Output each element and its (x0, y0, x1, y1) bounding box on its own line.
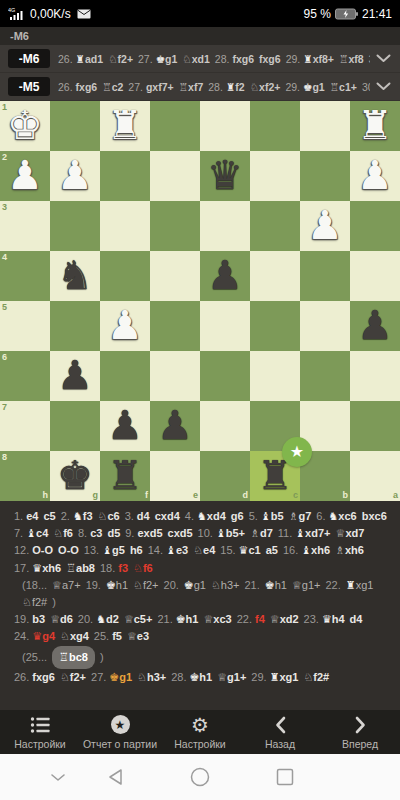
chevron-left-icon (275, 715, 286, 735)
move[interactable]: ♚h1 (265, 579, 287, 591)
square-f7[interactable]: ♟ (100, 401, 150, 451)
move-list-line: (25...♖bc8) (14, 646, 394, 669)
square-c2[interactable] (250, 151, 300, 201)
square-e7[interactable]: ♟ (150, 401, 200, 451)
chevron-down-icon[interactable] (370, 82, 396, 91)
figurine-wN: ♞ (96, 613, 106, 626)
move[interactable]: ♕xd2 (270, 613, 299, 625)
move[interactable]: ♘c6 (98, 510, 120, 522)
android-nav-bar (0, 754, 400, 800)
move-number: 29. (251, 671, 266, 683)
figurine-wN: ♞ (73, 510, 83, 523)
move[interactable]: cxd5 (168, 527, 193, 539)
file-label: h (43, 490, 49, 500)
move-number: 29. (285, 81, 300, 93)
eval-badge: -M6 (8, 49, 50, 68)
figurine-bN: ♘ (303, 671, 313, 684)
square-d5[interactable] (200, 301, 250, 351)
move[interactable]: h6 (130, 544, 143, 556)
move[interactable]: c3 (90, 527, 102, 539)
move-number: 18. (100, 562, 115, 574)
square-e6[interactable] (150, 351, 200, 401)
move[interactable]: b3 (32, 613, 45, 625)
figurine-wQ: ♛ (32, 630, 42, 643)
move-list-line: 19.b3♕d620.♞d2♕c5+21.♚h1♕xc322.f4♕xd223.… (14, 611, 394, 628)
engine-line-moves: 26.fxg6♖c227.gxf7+♖xf728.♜f2♘xf2+29.♚g1♖… (58, 81, 370, 93)
black-pawn: ♟ (200, 251, 250, 301)
move-number: 8. (78, 527, 87, 539)
move-number: 27. (128, 81, 143, 93)
move[interactable]: ♘h3+ (211, 579, 240, 591)
white-pawn: ♟ (350, 151, 400, 201)
move-number: 21. (157, 613, 172, 625)
toolbar-chevron-right-button[interactable]: Вперед (320, 710, 400, 754)
square-e1[interactable] (150, 101, 200, 151)
square-h8[interactable]: 8h (0, 451, 50, 501)
square-d6[interactable] (200, 351, 250, 401)
rank-label: 7 (2, 402, 7, 412)
square-b4[interactable] (300, 251, 350, 301)
square-h2[interactable]: 2♟ (0, 151, 50, 201)
move[interactable]: ♞xd4 (197, 510, 226, 522)
move-number: 19. (14, 613, 29, 625)
square-g3[interactable] (50, 201, 100, 251)
figurine-bN: ♘ (193, 544, 203, 557)
black-knight: ♞ (50, 251, 100, 301)
square-d1[interactable] (200, 101, 250, 151)
file-label: g (93, 490, 99, 500)
white-pawn: ♟ (100, 301, 150, 351)
figurine-bN: ♘ (60, 630, 70, 643)
square-d8[interactable]: d (200, 451, 250, 501)
square-h4[interactable]: 4 (0, 251, 50, 301)
move[interactable]: ♚h1 (106, 579, 128, 591)
figurine-bB: ♗ (250, 527, 260, 540)
move[interactable]: a5 (266, 544, 278, 556)
move[interactable]: cxd4 (155, 510, 180, 522)
square-c3[interactable] (250, 201, 300, 251)
square-a8[interactable]: a (350, 451, 400, 501)
move-number: 26. (14, 671, 29, 683)
battery-icon (335, 8, 358, 20)
move-number: 28. (208, 81, 223, 93)
move[interactable]: ♘f2+ (60, 671, 86, 683)
move[interactable]: ♝b5+ (216, 527, 245, 539)
figurine-wN: ♞ (197, 510, 207, 523)
square-b1[interactable] (300, 101, 350, 151)
figurine-wQ: ♛ (32, 562, 42, 575)
move-number: 27. (91, 671, 106, 683)
best-move-star-icon: ★ (282, 437, 312, 467)
move-number: 21. (245, 579, 260, 591)
battery-percent: 95 % (304, 7, 331, 21)
square-h6[interactable]: 6 (0, 351, 50, 401)
figurine-bN: ♘ (133, 562, 143, 575)
black-queen: ♛ (200, 151, 250, 201)
move[interactable]: ♖bc8 (52, 646, 95, 669)
square-e2[interactable] (150, 151, 200, 201)
file-label: e (193, 490, 198, 500)
list-icon (30, 715, 50, 735)
move[interactable]: ♚h1 (189, 671, 212, 683)
move[interactable]: ♖c1+ (330, 81, 357, 93)
move[interactable]: ♘xg4 (60, 630, 89, 642)
bottom-toolbar: Настройки★Отчет о партии⚙НастройкиНазадВ… (0, 710, 400, 754)
toolbar-list-button[interactable]: Настройки (0, 710, 80, 754)
move[interactable]: ♛h4 (322, 613, 345, 625)
file-label: b (343, 490, 349, 500)
move-number: (18... (22, 579, 47, 591)
square-a6[interactable] (350, 351, 400, 401)
toolbar-label: Настройки (174, 738, 226, 750)
move-number: 6. (316, 510, 325, 522)
square-g7[interactable] (50, 401, 100, 451)
square-a4[interactable] (350, 251, 400, 301)
square-c8[interactable]: c♜★ (250, 451, 300, 501)
move[interactable]: ♖c2 (102, 81, 123, 93)
clock-time: 21:41 (362, 7, 392, 21)
square-b5[interactable] (300, 301, 350, 351)
figurine-bQ: ♕ (217, 671, 227, 684)
figurine-wQ: ♛ (239, 544, 249, 557)
engine-line[interactable]: -M526.fxg6♖c227.gxf7+♖xf728.♜f2♘xf2+29.♚… (0, 73, 400, 101)
square-e8[interactable]: e (150, 451, 200, 501)
move[interactable]: ♝g5 (102, 544, 125, 556)
move[interactable]: ♘e4 (193, 544, 215, 556)
file-label: c (293, 490, 298, 500)
file-label: f (145, 490, 148, 500)
move-number: 2. (61, 510, 70, 522)
square-f8[interactable]: f♜ (100, 451, 150, 501)
move[interactable]: ♛c1 (239, 544, 261, 556)
figurine-bB: ♗ (289, 510, 299, 523)
figurine-wB: ♝ (261, 510, 271, 523)
move-number: 30. (362, 81, 370, 93)
square-f4[interactable] (100, 251, 150, 301)
square-h1[interactable]: 1♚ (0, 101, 50, 151)
engine-lines: -M626.♜ad1♘f2+27.♚g1♘xd128.fxg6fxg629.♜x… (0, 45, 400, 101)
move-number: 26. (58, 81, 73, 93)
square-e4[interactable] (150, 251, 200, 301)
figurine-bQ: ♕ (336, 527, 346, 540)
move[interactable]: f4 (255, 613, 265, 625)
figurine-wK: ♚ (189, 671, 199, 684)
move[interactable]: ♘f2# (303, 671, 329, 683)
engine-line-moves: 26.♜ad1♘f2+27.♚g1♘xd128.fxg6fxg629.♜xf8+… (58, 53, 370, 65)
square-h7[interactable]: 7 (0, 401, 50, 451)
move[interactable]: ♚g1 (303, 81, 325, 93)
square-f1[interactable]: ♜ (100, 101, 150, 151)
move[interactable]: ♕xd7 (336, 527, 365, 539)
figurine-bB: ♗ (335, 544, 345, 557)
toolbar-gear-button[interactable]: ⚙Настройки (160, 710, 240, 754)
move[interactable]: ♜xf8+ (303, 53, 334, 65)
figurine-bQ: ♕ (127, 630, 137, 643)
square-d3[interactable] (200, 201, 250, 251)
square-a5[interactable]: ♟ (350, 301, 400, 351)
square-g1[interactable] (50, 101, 100, 151)
square-a7[interactable] (350, 401, 400, 451)
move[interactable]: O-O (58, 544, 79, 556)
move-number: 24. (14, 630, 29, 642)
move[interactable]: fxg6 (259, 53, 281, 65)
move[interactable]: ♘f2+ (133, 579, 158, 591)
figurine-bR: ♖ (339, 53, 348, 65)
move[interactable]: ♜f2 (226, 81, 245, 93)
square-c4[interactable] (250, 251, 300, 301)
square-d4[interactable]: ♟ (200, 251, 250, 301)
chevron-down-icon[interactable] (35, 754, 81, 800)
engine-line[interactable]: -M626.♜ad1♘f2+27.♚g1♘xd128.fxg6fxg629.♜x… (0, 45, 400, 73)
move[interactable]: g6 (231, 510, 244, 522)
move-number: 15. (220, 544, 235, 556)
move[interactable]: ♜xg1 (346, 579, 374, 591)
move[interactable]: ♖xf7 (179, 81, 204, 93)
move[interactable]: d4 (350, 613, 363, 625)
figurine-bN: ♘ (22, 596, 32, 609)
move[interactable]: ♕a7+ (52, 579, 81, 591)
figurine-wK: ♚ (176, 613, 186, 626)
move-number: 28. (215, 53, 230, 65)
square-c1[interactable] (250, 101, 300, 151)
move-list-line: (18...♕a7+19.♚h1♘f2+20.♚g1♘h3+21.♚h1♕g1+… (14, 577, 394, 594)
move[interactable]: ♘f2# (22, 596, 47, 608)
move-number: 27. (138, 53, 153, 65)
move[interactable]: ♕d6 (50, 613, 73, 625)
move-number: 20. (164, 579, 179, 591)
move-number: 26. (58, 53, 73, 65)
rank-label: 5 (2, 302, 7, 312)
move[interactable]: ♝xh6 (301, 544, 330, 556)
move[interactable]: ♘f6 (133, 562, 153, 574)
figurine-bQ: ♕ (203, 613, 213, 626)
square-e3[interactable] (150, 201, 200, 251)
figurine-bN: ♘ (60, 671, 70, 684)
figurine-bQ: ♕ (52, 579, 62, 592)
move[interactable]: ♕e3 (127, 630, 149, 642)
triangle-back-icon[interactable] (92, 754, 138, 800)
move[interactable]: ♕g1+ (292, 579, 321, 591)
move[interactable]: ♝e3 (166, 544, 188, 556)
move[interactable]: c5 (43, 510, 55, 522)
square-e5[interactable] (150, 301, 200, 351)
figurine-bR: ♖ (330, 81, 339, 93)
figurine-bQ: ♕ (270, 613, 280, 626)
figurine-wR: ♜ (303, 53, 312, 65)
move-number: 28. (171, 671, 186, 683)
toolbar-label: Вперед (342, 738, 378, 750)
move[interactable]: ♛xh6 (32, 562, 61, 574)
move[interactable]: ♕g1+ (217, 671, 246, 683)
white-rook: ♜ (100, 101, 150, 151)
figurine-bN: ♘ (250, 81, 259, 93)
toolbar-label: Назад (265, 738, 295, 750)
square-a2[interactable]: ♟ (350, 151, 400, 201)
square-f5[interactable]: ♟ (100, 301, 150, 351)
move[interactable]: ♞xc6 (328, 510, 356, 522)
move-list-line: 17.♛xh6♖ab818.f3♘f6 (14, 560, 394, 577)
chess-board: 1♚♜♜2♟♟♛♟3♟4♞♟5♟♟6♟7♟♟8hg♚f♜edc♜★ba (0, 101, 400, 501)
move-number: 11. (278, 527, 292, 539)
toolbar-chevron-left-button[interactable]: Назад (240, 710, 320, 754)
move[interactable]: ♗d7 (250, 527, 273, 539)
figurine-wB: ♝ (26, 527, 36, 540)
rank-label: 4 (2, 252, 7, 262)
move[interactable]: ♘f6 (53, 527, 73, 539)
square-a1[interactable]: ♜ (350, 101, 400, 151)
file-label: a (393, 490, 398, 500)
chevron-down-icon[interactable] (370, 54, 396, 63)
toolbar-report-star-button[interactable]: ★Отчет о партии (80, 710, 160, 754)
move-list-line: 12.O-OO-O13.♝g5h614.♝e3♘e415.♛c1a516.♝xh… (14, 542, 394, 559)
move[interactable]: ♘f2+ (108, 53, 133, 65)
move[interactable]: O-O (32, 544, 53, 556)
figurine-wR: ♜ (270, 671, 280, 684)
move[interactable]: ♕c5+ (124, 613, 153, 625)
move[interactable]: e4 (26, 510, 38, 522)
square-f3[interactable] (100, 201, 150, 251)
move-number: 29. (286, 53, 301, 65)
move[interactable]: ♘h3+ (137, 671, 166, 683)
report-star-icon: ★ (111, 715, 130, 735)
move-number: 3. (125, 510, 134, 522)
move[interactable]: ♚h1 (176, 613, 199, 625)
figurine-bQ: ♕ (292, 579, 302, 592)
move[interactable]: fxg6 (32, 671, 55, 683)
square-g4[interactable]: ♞ (50, 251, 100, 301)
move[interactable]: gxf7+ (146, 81, 174, 93)
rank-label: 8 (2, 452, 7, 462)
move-list-line: ♘f2#) (14, 594, 394, 611)
move-number: 22. (237, 613, 252, 625)
move[interactable]: ♜xg1 (270, 671, 299, 683)
move[interactable]: ♚g1 (156, 53, 178, 65)
square-d7[interactable] (200, 401, 250, 451)
move[interactable]: ♜ad1 (76, 53, 104, 65)
figurine-bN: ♘ (133, 579, 143, 592)
move[interactable]: ♘xd1 (182, 53, 210, 65)
figurine-wB: ♝ (166, 544, 176, 557)
square-f6[interactable] (100, 351, 150, 401)
move-list: 1.e4c52.♞f3♘c63.d4cxd44.♞xd4g65.♝b5♗g76.… (0, 501, 400, 710)
phone-screen: 4G 0,00K/s 95 % 21:41 -M6 -M626. (0, 0, 400, 800)
square-h3[interactable]: 3 (0, 201, 50, 251)
move[interactable]: ♝xd7+ (295, 527, 330, 539)
rank-label: 2 (2, 152, 7, 162)
move[interactable]: exd5 (137, 527, 162, 539)
signal-icon: 4G (8, 7, 24, 20)
move[interactable]: ♗g7 (289, 510, 312, 522)
square-g8[interactable]: g♚ (50, 451, 100, 501)
white-rook: ♜ (350, 101, 400, 151)
white-pawn: ♟ (50, 151, 100, 201)
rank-label: 1 (2, 102, 7, 112)
move[interactable]: ♕xc3 (203, 613, 231, 625)
square-b2[interactable] (300, 151, 350, 201)
move[interactable]: ♞d2 (96, 613, 119, 625)
move[interactable]: ♛g4 (32, 630, 55, 642)
square-b6[interactable] (300, 351, 350, 401)
figurine-wK: ♚ (156, 53, 165, 65)
move-number: 19. (86, 579, 101, 591)
figurine-wQ: ♛ (322, 613, 332, 626)
figurine-bR: ♖ (66, 562, 76, 575)
move-list-line: 7.♝c4♘f68.c3d59.exd5cxd510.♝b5+♗d711.♝xd… (14, 525, 394, 542)
black-pawn: ♟ (150, 401, 200, 451)
move[interactable]: ♚g1 (109, 671, 132, 683)
square-b3[interactable]: ♟ (300, 201, 350, 251)
square-d2[interactable]: ♛ (200, 151, 250, 201)
square-h5[interactable]: 5 (0, 301, 50, 351)
file-label: d (243, 490, 249, 500)
move[interactable]: ♞f3 (73, 510, 93, 522)
move[interactable]: ♝c4 (26, 527, 48, 539)
white-pawn: ♟ (300, 201, 350, 251)
move-list-line: 1.e4c52.♞f3♘c63.d4cxd44.♞xd4g65.♝b5♗g76.… (14, 508, 394, 525)
figurine-bR: ♖ (179, 81, 188, 93)
figurine-wN: ♞ (328, 510, 338, 523)
black-pawn: ♟ (50, 351, 100, 401)
move[interactable]: ♖xf8 (339, 53, 364, 65)
move[interactable]: bxc6 (362, 510, 387, 522)
figurine-wK: ♚ (106, 579, 116, 592)
move[interactable]: d4 (137, 510, 150, 522)
move[interactable]: fxg6 (76, 81, 98, 93)
move[interactable]: ♖ab8 (66, 562, 95, 574)
rank-label: 3 (2, 202, 7, 212)
svg-text:4G: 4G (8, 7, 15, 13)
square-a3[interactable] (350, 201, 400, 251)
square-f2[interactable] (100, 151, 150, 201)
toolbar-label: Настройки (14, 738, 66, 750)
move[interactable]: f5 (112, 630, 122, 642)
move-number: 1. (14, 510, 23, 522)
move[interactable]: ♗xh6 (335, 544, 364, 556)
move-number: 23. (304, 613, 319, 625)
move-number: 4. (185, 510, 194, 522)
move-number: 17. (14, 562, 29, 574)
figurine-bQ: ♕ (50, 613, 60, 626)
square-g2[interactable]: ♟ (50, 151, 100, 201)
square-g5[interactable] (50, 301, 100, 351)
figurine-bQ: ♕ (124, 613, 134, 626)
move[interactable]: ♘xf2+ (250, 81, 281, 93)
figurine-bN: ♘ (137, 671, 147, 684)
move-list-line: 24.♛g4♘xg425.f5♕e3 (14, 628, 394, 645)
chevron-right-icon (355, 715, 366, 735)
circle-home-icon[interactable] (177, 754, 223, 800)
net-speed: 0,00K/s (30, 7, 71, 21)
move[interactable]: fxg6 (232, 53, 254, 65)
move[interactable]: d5 (107, 527, 120, 539)
square-c5[interactable] (250, 301, 300, 351)
figurine-wR: ♜ (76, 53, 85, 65)
move[interactable]: ♝b5 (261, 510, 284, 522)
move[interactable]: ♚g1 (184, 579, 206, 591)
move-number: 16. (283, 544, 298, 556)
move-number: 9. (125, 527, 134, 539)
square-g6[interactable]: ♟ (50, 351, 100, 401)
figurine-wK: ♚ (109, 671, 119, 684)
figurine-wB: ♝ (216, 527, 226, 540)
move-number: 7. (14, 527, 23, 539)
figurine-wR: ♜ (226, 81, 235, 93)
square-recents-icon[interactable] (262, 754, 308, 800)
figurine-bN: ♘ (108, 53, 117, 65)
figurine-wB: ♝ (102, 544, 112, 557)
move[interactable]: f3 (118, 562, 128, 574)
square-c6[interactable] (250, 351, 300, 401)
